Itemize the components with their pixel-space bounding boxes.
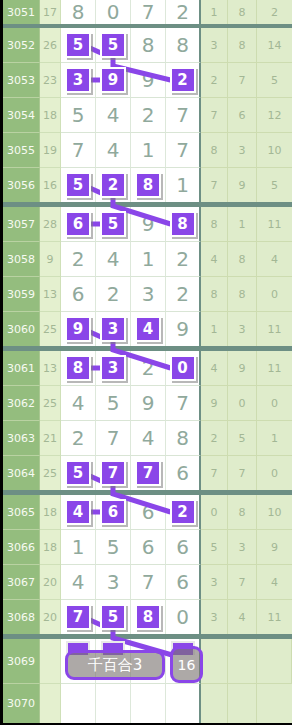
digit-value: 7 bbox=[176, 138, 189, 162]
digit-cell: 3 bbox=[61, 63, 96, 98]
period-cell: 3067 bbox=[3, 565, 40, 600]
prediction-value-box: 16 bbox=[170, 646, 203, 683]
digit-cell: 7 bbox=[166, 133, 201, 168]
stat-cell: 9 bbox=[257, 530, 292, 565]
digit-cell: 8 bbox=[166, 28, 201, 63]
digit-value: 4 bbox=[72, 570, 85, 594]
chart-row: 30522655883814 bbox=[3, 28, 292, 63]
sum-cell: 23 bbox=[40, 63, 61, 98]
digit-cell: 4 bbox=[131, 312, 166, 346]
period-cell: 3051 bbox=[3, 0, 40, 24]
digit-cell: 0 bbox=[166, 600, 201, 634]
period-cell: 3070 bbox=[3, 684, 40, 723]
digit-value: 1 bbox=[72, 535, 85, 559]
stat-cell: 3 bbox=[201, 600, 228, 634]
digit-cell: 2 bbox=[61, 242, 96, 277]
digit-cell: 4 bbox=[61, 495, 96, 530]
digit-cell: 5 bbox=[61, 168, 96, 202]
digit-cell: 2 bbox=[96, 277, 131, 312]
digit-cell: 7 bbox=[61, 133, 96, 168]
trend-chart[interactable]: 3051178072182305226558838143053233992275… bbox=[3, 0, 292, 723]
digit-value: 4 bbox=[72, 391, 85, 415]
period-cell: 3052 bbox=[3, 28, 40, 63]
stat-cell bbox=[228, 684, 257, 723]
digit-cell: 9 bbox=[131, 386, 166, 421]
chart-row: 30572865988111 bbox=[3, 207, 292, 242]
digit-cell: 2 bbox=[61, 421, 96, 456]
stat-cell: 9 bbox=[228, 168, 257, 202]
period-cell: 3061 bbox=[3, 351, 40, 386]
digit-value: 7 bbox=[72, 138, 85, 162]
stat-cell: 0 bbox=[257, 456, 292, 490]
digit-cell: 8 bbox=[131, 168, 166, 202]
digit-value: 7 bbox=[107, 426, 120, 450]
period-cell: 3063 bbox=[3, 421, 40, 456]
digit-value: 1 bbox=[142, 247, 155, 271]
digit-cell: 5 bbox=[96, 386, 131, 421]
digit-cell: 2 bbox=[166, 63, 201, 98]
digit-cell bbox=[61, 684, 96, 723]
digit-value: 9 bbox=[176, 317, 189, 341]
stat-cell: 10 bbox=[257, 495, 292, 530]
digit-cell: 7 bbox=[96, 456, 131, 490]
digit-cell: 1 bbox=[166, 168, 201, 202]
stat-cell: 9 bbox=[228, 351, 257, 386]
digit-value: 6 bbox=[176, 461, 189, 485]
digit-cell: 9 bbox=[131, 207, 166, 242]
digit-value: 5 bbox=[72, 103, 85, 127]
digit-value: 3 bbox=[107, 570, 120, 594]
digit-cell: 5 bbox=[96, 207, 131, 242]
sum-cell: 25 bbox=[40, 456, 61, 490]
digit-value: 6 bbox=[72, 282, 85, 306]
stat-cell: 4 bbox=[257, 565, 292, 600]
digit-cell: 6 bbox=[131, 495, 166, 530]
highlighted-digit-box: 3 bbox=[100, 355, 126, 381]
stat-cell: 8 bbox=[228, 0, 257, 24]
sum-cell: 13 bbox=[40, 351, 61, 386]
stat-cell: 4 bbox=[201, 242, 228, 277]
sum-cell: 19 bbox=[40, 133, 61, 168]
period-cell: 3058 bbox=[3, 242, 40, 277]
period-cell: 3065 bbox=[3, 495, 40, 530]
digit-cell: 3 bbox=[96, 351, 131, 386]
stat-cell bbox=[201, 684, 228, 723]
stat-cell: 0 bbox=[257, 277, 292, 312]
sum-cell: 28 bbox=[40, 207, 61, 242]
highlighted-digit-box: 5 bbox=[65, 32, 91, 58]
digit-cell: 5 bbox=[61, 28, 96, 63]
period-cell: 3069 bbox=[3, 639, 40, 684]
stat-cell: 8 bbox=[228, 242, 257, 277]
digit-cell: 6 bbox=[166, 530, 201, 565]
highlighted-digit-box: 7 bbox=[100, 460, 126, 486]
chart-row: 3051178072182 bbox=[3, 0, 292, 23]
digit-value: 5 bbox=[107, 535, 120, 559]
chart-row: 30611383204911 bbox=[3, 351, 292, 386]
digit-cell: 6 bbox=[166, 565, 201, 600]
digit-cell: 7 bbox=[96, 421, 131, 456]
sum-cell: 20 bbox=[40, 565, 61, 600]
digit-cell: 5 bbox=[61, 456, 96, 490]
sum-cell: 20 bbox=[40, 600, 61, 634]
highlighted-digit-box: 9 bbox=[65, 316, 91, 342]
highlighted-digit-box: 4 bbox=[65, 499, 91, 525]
digit-value: 8 bbox=[142, 33, 155, 57]
digit-cell: 0 bbox=[96, 0, 131, 24]
digit-cell bbox=[96, 684, 131, 723]
highlighted-digit-box: 5 bbox=[100, 211, 126, 237]
digit-cell: 2 bbox=[96, 168, 131, 202]
stat-cell: 9 bbox=[201, 386, 228, 421]
stat-cell: 4 bbox=[257, 242, 292, 277]
stat-cell: 11 bbox=[257, 312, 292, 346]
digit-cell: 0 bbox=[166, 351, 201, 386]
stat-cell: 8 bbox=[228, 28, 257, 63]
digit-cell: 7 bbox=[166, 98, 201, 133]
sum-cell: 16 bbox=[40, 168, 61, 202]
digit-cell: 4 bbox=[131, 421, 166, 456]
digit-value: 7 bbox=[142, 570, 155, 594]
highlighted-digit-box: 7 bbox=[135, 460, 161, 486]
highlighted-digit-box: 2 bbox=[100, 172, 126, 198]
digit-value: 2 bbox=[72, 247, 85, 271]
digit-cell: 8 bbox=[61, 0, 96, 24]
digit-cell: 4 bbox=[61, 565, 96, 600]
period-cell: 3064 bbox=[3, 456, 40, 490]
stat-cell bbox=[257, 684, 292, 723]
stat-cell: 7 bbox=[228, 456, 257, 490]
highlighted-digit-box: 8 bbox=[135, 172, 161, 198]
digit-cell: 4 bbox=[96, 98, 131, 133]
highlighted-digit-box: 5 bbox=[100, 604, 126, 630]
stat-cell: 10 bbox=[257, 133, 292, 168]
chart-row: 30551974178310 bbox=[3, 133, 292, 168]
chart-row: 3066181566539 bbox=[3, 530, 292, 565]
digit-cell: 6 bbox=[96, 495, 131, 530]
chart-row: 3056165281795 bbox=[3, 168, 292, 202]
chart-row: 3062254597900 bbox=[3, 386, 292, 421]
stat-cell: 14 bbox=[257, 28, 292, 63]
stat-cell: 3 bbox=[228, 312, 257, 346]
stat-cell: 8 bbox=[201, 207, 228, 242]
digit-value: 2 bbox=[176, 282, 189, 306]
digit-cell: 2 bbox=[166, 277, 201, 312]
sum-cell: 18 bbox=[40, 495, 61, 530]
stat-cell bbox=[257, 639, 292, 684]
sum-cell: 18 bbox=[40, 98, 61, 133]
period-cell: 3053 bbox=[3, 63, 40, 98]
digit-cell bbox=[131, 684, 166, 723]
stat-cell: 5 bbox=[201, 530, 228, 565]
digit-cell: 8 bbox=[131, 28, 166, 63]
stat-cell: 7 bbox=[228, 565, 257, 600]
stat-cell: 2 bbox=[257, 0, 292, 24]
stat-cell: 6 bbox=[228, 98, 257, 133]
digit-cell: 6 bbox=[61, 207, 96, 242]
highlighted-digit-box: 8 bbox=[135, 604, 161, 630]
digit-cell: 6 bbox=[166, 456, 201, 490]
stat-cell: 8 bbox=[201, 277, 228, 312]
digit-cell: 3 bbox=[96, 312, 131, 346]
chart-row: 3059136232880 bbox=[3, 277, 292, 312]
digit-cell: 1 bbox=[131, 133, 166, 168]
sum-cell: 13 bbox=[40, 277, 61, 312]
chart-row: 3063212748251 bbox=[3, 421, 292, 456]
stat-cell bbox=[228, 639, 257, 684]
digit-value: 5 bbox=[107, 391, 120, 415]
sum-cell bbox=[40, 684, 61, 723]
digit-value: 2 bbox=[107, 282, 120, 306]
stat-cell: 2 bbox=[201, 421, 228, 456]
highlighted-digit-box: 3 bbox=[100, 316, 126, 342]
stat-cell: 11 bbox=[257, 600, 292, 634]
highlighted-digit-box: 9 bbox=[100, 67, 126, 93]
period-cell: 3056 bbox=[3, 168, 40, 202]
digit-value: 4 bbox=[107, 138, 120, 162]
digit-cell: 6 bbox=[131, 530, 166, 565]
chart-row: 3069千百合316 bbox=[3, 639, 292, 684]
digit-value: 0 bbox=[176, 605, 189, 629]
digit-value: 8 bbox=[176, 33, 189, 57]
period-cell: 3060 bbox=[3, 312, 40, 346]
digit-value: 7 bbox=[176, 391, 189, 415]
sum-cell: 25 bbox=[40, 386, 61, 421]
chart-row: 305892412484 bbox=[3, 242, 292, 277]
stat-cell: 8 bbox=[228, 495, 257, 530]
digit-value: 9 bbox=[142, 391, 155, 415]
stat-cell: 11 bbox=[257, 351, 292, 386]
sum-cell: 17 bbox=[40, 0, 61, 24]
digit-cell: 5 bbox=[96, 530, 131, 565]
stat-cell: 7 bbox=[201, 168, 228, 202]
period-cell: 3054 bbox=[3, 98, 40, 133]
digit-value: 6 bbox=[142, 500, 155, 524]
chart-row: 3070 bbox=[3, 684, 292, 723]
highlighted-digit-box: 2 bbox=[170, 67, 196, 93]
chart-row: 30541854277612 bbox=[3, 98, 292, 133]
digit-cell: 8 bbox=[131, 600, 166, 634]
chart-row: 3067204376374 bbox=[3, 565, 292, 600]
digit-value: 7 bbox=[176, 103, 189, 127]
stat-cell: 1 bbox=[201, 312, 228, 346]
period-cell: 3055 bbox=[3, 133, 40, 168]
period-cell: 3066 bbox=[3, 530, 40, 565]
stat-cell: 3 bbox=[201, 28, 228, 63]
highlighted-digit-box: 6 bbox=[65, 211, 91, 237]
highlighted-digit-box: 5 bbox=[100, 32, 126, 58]
highlighted-digit-box: 5 bbox=[65, 172, 91, 198]
digit-cell: 5 bbox=[96, 28, 131, 63]
app-screen: { "game": "lottery digit trend chart (pi… bbox=[0, 0, 292, 725]
digit-cell: 9 bbox=[96, 63, 131, 98]
digit-value: 6 bbox=[176, 570, 189, 594]
digit-cell: 7 bbox=[61, 600, 96, 634]
stat-cell: 5 bbox=[257, 63, 292, 98]
digit-cell: 7 bbox=[131, 456, 166, 490]
sum-cell bbox=[40, 639, 61, 684]
digit-cell: 7 bbox=[131, 0, 166, 24]
digit-value: 6 bbox=[176, 535, 189, 559]
stat-cell: 7 bbox=[201, 98, 228, 133]
stat-cell: 7 bbox=[201, 456, 228, 490]
digit-value: 9 bbox=[142, 212, 155, 236]
stat-cell: 4 bbox=[201, 351, 228, 386]
digit-value: 2 bbox=[72, 426, 85, 450]
digit-cell: 7 bbox=[166, 386, 201, 421]
sum-cell: 21 bbox=[40, 421, 61, 456]
digit-cell: 5 bbox=[61, 98, 96, 133]
digit-cell: 9 bbox=[61, 312, 96, 346]
sum-cell: 26 bbox=[40, 28, 61, 63]
sum-cell: 25 bbox=[40, 312, 61, 346]
digit-value: 0 bbox=[107, 0, 120, 24]
digit-value: 8 bbox=[72, 0, 85, 24]
period-cell: 3062 bbox=[3, 386, 40, 421]
digit-value: 2 bbox=[142, 103, 155, 127]
digit-value: 1 bbox=[142, 138, 155, 162]
highlighted-digit-box: 4 bbox=[135, 316, 161, 342]
highlighted-digit-box: 8 bbox=[65, 355, 91, 381]
digit-cell: 2 bbox=[166, 495, 201, 530]
digit-value: 6 bbox=[142, 535, 155, 559]
stat-cell: 7 bbox=[228, 63, 257, 98]
digit-cell: 5 bbox=[96, 600, 131, 634]
digit-cell: 7 bbox=[131, 565, 166, 600]
stat-cell: 12 bbox=[257, 98, 292, 133]
digit-cell: 1 bbox=[131, 242, 166, 277]
digit-cell: 9 bbox=[131, 63, 166, 98]
stat-cell: 0 bbox=[201, 495, 228, 530]
digit-value: 2 bbox=[142, 356, 155, 380]
stat-cell: 2 bbox=[201, 63, 228, 98]
chart-row: 30682075803411 bbox=[3, 600, 292, 634]
stat-cell: 8 bbox=[228, 277, 257, 312]
highlighted-digit-box: 5 bbox=[65, 460, 91, 486]
digit-cell: 8 bbox=[61, 351, 96, 386]
digit-value: 7 bbox=[142, 0, 155, 24]
stat-cell: 1 bbox=[201, 0, 228, 24]
stat-cell: 3 bbox=[228, 133, 257, 168]
highlighted-digit-box: 3 bbox=[65, 67, 91, 93]
highlighted-digit-box: 6 bbox=[100, 499, 126, 525]
digit-value: 8 bbox=[176, 426, 189, 450]
stat-cell: 0 bbox=[228, 386, 257, 421]
sum-cell: 18 bbox=[40, 530, 61, 565]
digit-value: 3 bbox=[142, 282, 155, 306]
chart-row: 3053233992275 bbox=[3, 63, 292, 98]
stat-cell: 8 bbox=[201, 133, 228, 168]
highlighted-digit-box: 0 bbox=[170, 355, 196, 381]
digit-cell: 2 bbox=[131, 351, 166, 386]
stat-cell: 1 bbox=[257, 421, 292, 456]
digit-value: 4 bbox=[107, 247, 120, 271]
stat-cell: 1 bbox=[228, 207, 257, 242]
sum-cell: 9 bbox=[40, 242, 61, 277]
digit-cell: 4 bbox=[96, 242, 131, 277]
digit-cell: 9 bbox=[166, 312, 201, 346]
highlighted-digit-box: 2 bbox=[170, 499, 196, 525]
digit-cell bbox=[166, 684, 201, 723]
digit-value: 4 bbox=[107, 103, 120, 127]
digit-cell: 2 bbox=[166, 0, 201, 24]
digit-value: 2 bbox=[176, 247, 189, 271]
period-cell: 3059 bbox=[3, 277, 40, 312]
digit-cell: 2 bbox=[166, 242, 201, 277]
digit-cell: 1 bbox=[61, 530, 96, 565]
stat-cell: 3 bbox=[201, 565, 228, 600]
chart-row: 30651846620810 bbox=[3, 495, 292, 530]
highlighted-digit-box: 7 bbox=[65, 604, 91, 630]
stat-cell: 5 bbox=[228, 421, 257, 456]
stat-cell: 5 bbox=[257, 168, 292, 202]
digit-cell: 6 bbox=[61, 277, 96, 312]
digit-cell: 3 bbox=[131, 277, 166, 312]
digit-cell: 3 bbox=[96, 565, 131, 600]
digit-value: 1 bbox=[176, 173, 189, 197]
highlighted-digit-box: 8 bbox=[170, 211, 196, 237]
prediction-tooltip: 千百合3 bbox=[65, 650, 165, 680]
digit-value: 4 bbox=[142, 426, 155, 450]
digit-cell: 8 bbox=[166, 421, 201, 456]
digit-cell: 2 bbox=[131, 98, 166, 133]
stat-cell: 3 bbox=[228, 530, 257, 565]
stat-cell: 4 bbox=[228, 600, 257, 634]
period-cell: 3057 bbox=[3, 207, 40, 242]
period-cell: 3068 bbox=[3, 600, 40, 634]
digit-value: 2 bbox=[176, 0, 189, 24]
chart-row: 30602593491311 bbox=[3, 312, 292, 346]
digit-value: 9 bbox=[142, 68, 155, 92]
chart-row: 3064255776770 bbox=[3, 456, 292, 490]
digit-cell: 8 bbox=[166, 207, 201, 242]
digit-cell: 4 bbox=[96, 133, 131, 168]
stat-cell: 11 bbox=[257, 207, 292, 242]
stat-cell: 0 bbox=[257, 386, 292, 421]
digit-cell: 4 bbox=[61, 386, 96, 421]
stat-cell bbox=[201, 639, 228, 684]
